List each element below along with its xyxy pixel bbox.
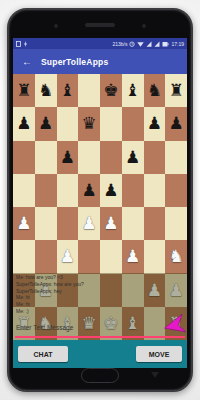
notification-icon xyxy=(16,41,21,47)
square-c5[interactable] xyxy=(57,174,79,207)
square-g4[interactable] xyxy=(144,207,166,240)
white-pawn: ♟ xyxy=(103,215,118,232)
square-g7[interactable]: ♟ xyxy=(144,107,166,140)
net-speed: 213b/s xyxy=(112,41,127,47)
home-button[interactable] xyxy=(81,368,119,383)
black-bishop: ♝ xyxy=(125,82,140,99)
clock-time: 17:19 xyxy=(171,41,184,47)
black-pawn: ♟ xyxy=(38,115,53,132)
black-pawn: ♟ xyxy=(82,182,97,199)
square-e4[interactable]: ♟ xyxy=(100,207,122,240)
square-f3[interactable]: ♟ xyxy=(122,240,144,273)
sensor-icon xyxy=(142,24,146,28)
back-arrow-icon[interactable]: ← xyxy=(22,57,32,67)
square-a5[interactable] xyxy=(13,174,35,207)
white-pawn: ♟ xyxy=(60,248,75,265)
square-g3[interactable] xyxy=(144,240,166,273)
square-f8[interactable]: ♝ xyxy=(122,74,144,107)
black-queen: ♛ xyxy=(82,115,97,132)
black-knight: ♞ xyxy=(38,82,53,99)
square-a3[interactable] xyxy=(13,240,35,273)
chat-message: Me: how are you? <3 xyxy=(16,274,163,281)
black-pawn: ♟ xyxy=(169,115,184,132)
input-underline xyxy=(15,336,185,338)
black-pawn: ♟ xyxy=(125,149,140,166)
move-button[interactable]: MOVE xyxy=(136,346,182,362)
square-b5[interactable] xyxy=(35,174,57,207)
square-a4[interactable]: ♟ xyxy=(13,207,35,240)
mouse-cursor-icon xyxy=(161,311,187,338)
signal-icon xyxy=(154,41,160,47)
wifi-icon xyxy=(137,41,144,47)
phone-frame: 213b/s 17:19 ← SuperTolleApps ♜♞♝♚♝♞♜♟♟♛… xyxy=(7,8,193,392)
chat-message: SuperTolleApps: hey xyxy=(16,288,163,295)
square-h5[interactable] xyxy=(165,174,187,207)
square-a7[interactable]: ♟ xyxy=(13,107,35,140)
signal-icon xyxy=(146,41,152,47)
square-b8[interactable]: ♞ xyxy=(35,74,57,107)
speaker-grille xyxy=(85,23,115,27)
back-softkey-icon[interactable] xyxy=(151,372,159,378)
square-b3[interactable] xyxy=(35,240,57,273)
square-h8[interactable]: ♜ xyxy=(165,74,187,107)
action-bar: CHAT MOVE xyxy=(13,340,187,368)
square-c8[interactable]: ♝ xyxy=(57,74,79,107)
chat-message: Me: :) xyxy=(16,308,163,315)
square-f7[interactable] xyxy=(122,107,144,140)
white-pawn: ♟ xyxy=(82,215,97,232)
square-c3[interactable]: ♟ xyxy=(57,240,79,273)
square-d6[interactable] xyxy=(78,141,100,174)
message-input[interactable]: Enter Text Message xyxy=(16,324,73,331)
square-e7[interactable] xyxy=(100,107,122,140)
square-b6[interactable] xyxy=(35,141,57,174)
alarm-icon xyxy=(129,41,135,47)
status-bar: 213b/s 17:19 xyxy=(13,38,187,49)
square-c7[interactable] xyxy=(57,107,79,140)
black-pawn: ♟ xyxy=(103,182,118,199)
square-e3[interactable] xyxy=(100,240,122,273)
square-d8[interactable] xyxy=(78,74,100,107)
chat-message-list: Me: how are you? <3SuperTolleApps: how a… xyxy=(16,274,163,315)
square-c6[interactable]: ♟ xyxy=(57,141,79,174)
square-a6[interactable] xyxy=(13,141,35,174)
notification-icon xyxy=(23,41,28,47)
square-f5[interactable] xyxy=(122,174,144,207)
square-g8[interactable]: ♞ xyxy=(144,74,166,107)
black-bishop: ♝ xyxy=(60,82,75,99)
square-e8[interactable]: ♚ xyxy=(100,74,122,107)
app-title: SuperTolleApps xyxy=(41,57,108,67)
app-bar: ← SuperTolleApps xyxy=(13,49,187,74)
black-pawn: ♟ xyxy=(60,149,75,166)
square-e6[interactable] xyxy=(100,141,122,174)
square-f6[interactable]: ♟ xyxy=(122,141,144,174)
background: 213b/s 17:19 ← SuperTolleApps ♜♞♝♚♝♞♜♟♟♛… xyxy=(0,0,200,400)
square-d3[interactable] xyxy=(78,240,100,273)
square-h7[interactable]: ♟ xyxy=(165,107,187,140)
black-king: ♚ xyxy=(103,82,118,99)
square-g5[interactable] xyxy=(144,174,166,207)
square-g6[interactable] xyxy=(144,141,166,174)
chat-message: Me: hi xyxy=(16,294,163,301)
white-pawn: ♟ xyxy=(125,248,140,265)
black-pawn: ♟ xyxy=(147,115,162,132)
square-a8[interactable]: ♜ xyxy=(13,74,35,107)
black-rook: ♜ xyxy=(169,82,184,99)
app-screen: 213b/s 17:19 ← SuperTolleApps ♜♞♝♚♝♞♜♟♟♛… xyxy=(13,38,187,368)
square-d5[interactable]: ♟ xyxy=(78,174,100,207)
camera-icon xyxy=(54,24,58,28)
chat-message: Me: hi xyxy=(16,301,163,308)
black-rook: ♜ xyxy=(16,82,31,99)
chat-button[interactable]: CHAT xyxy=(18,346,68,362)
black-knight: ♞ xyxy=(147,82,162,99)
square-f4[interactable] xyxy=(122,207,144,240)
chat-overlay: Me: how are you? <3SuperTolleApps: how a… xyxy=(13,273,187,340)
square-b4[interactable] xyxy=(35,207,57,240)
chat-message: SuperTolleApps: how are you? xyxy=(16,281,163,288)
white-knight: ♞ xyxy=(169,248,184,265)
black-pawn: ♟ xyxy=(16,115,31,132)
square-c4[interactable] xyxy=(57,207,79,240)
square-d7[interactable]: ♛ xyxy=(78,107,100,140)
square-h3[interactable]: ♞ xyxy=(165,240,187,273)
square-h4[interactable] xyxy=(165,207,187,240)
square-e5[interactable]: ♟ xyxy=(100,174,122,207)
square-d4[interactable]: ♟ xyxy=(78,207,100,240)
square-b7[interactable]: ♟ xyxy=(35,107,57,140)
square-h6[interactable] xyxy=(165,141,187,174)
battery-icon xyxy=(162,41,169,47)
white-pawn: ♟ xyxy=(16,215,31,232)
